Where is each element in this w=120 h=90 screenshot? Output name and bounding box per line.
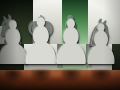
piece-reflection-2	[31, 70, 51, 81]
white-pawn-4[interactable]: ♟	[81, 17, 120, 73]
piece-reflection-4	[91, 70, 111, 81]
piece-reflection-1	[4, 70, 22, 81]
chess-game-screenshot: ♞♚♝♞♟♟♟♟	[0, 0, 120, 90]
piece-reflection-3	[61, 70, 81, 81]
board-frame-lower-edge	[0, 83, 120, 90]
scene: ♞♚♝♞♟♟♟♟	[0, 0, 120, 90]
